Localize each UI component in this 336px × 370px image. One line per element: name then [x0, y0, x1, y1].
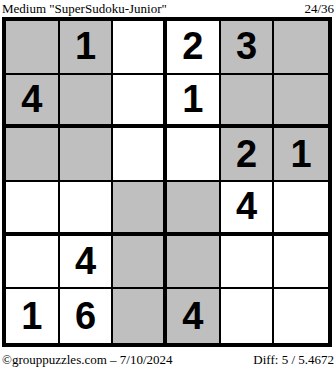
cell-r1c6[interactable]	[274, 21, 328, 75]
cell-r3c4[interactable]	[167, 128, 221, 182]
cell-r4c5[interactable]: 4	[221, 182, 275, 236]
cell-r2c1[interactable]: 4	[6, 75, 60, 129]
cell-r5c5[interactable]	[221, 236, 275, 290]
cell-r5c6[interactable]	[274, 236, 328, 290]
cell-r1c4[interactable]: 2	[167, 21, 221, 75]
progress-counter: 24/36	[304, 1, 334, 16]
cell-r2c6[interactable]	[274, 75, 328, 129]
cell-r4c1[interactable]	[6, 182, 60, 236]
cell-r1c5[interactable]: 3	[221, 21, 275, 75]
cell-r5c1[interactable]	[6, 236, 60, 290]
cell-r3c2[interactable]	[60, 128, 114, 182]
cell-r5c4[interactable]	[167, 236, 221, 290]
cell-r3c3[interactable]	[113, 128, 167, 182]
cell-r6c5[interactable]	[221, 289, 275, 343]
difficulty-text: Diff: 5 / 5.4672	[253, 352, 334, 368]
cell-r6c3[interactable]	[113, 289, 167, 343]
cell-r1c2[interactable]: 1	[60, 21, 114, 75]
cell-r5c3[interactable]	[113, 236, 167, 290]
cell-r5c2[interactable]: 4	[60, 236, 114, 290]
cell-r1c3[interactable]	[113, 21, 167, 75]
cell-r6c4[interactable]: 4	[167, 289, 221, 343]
cell-r2c5[interactable]	[221, 75, 275, 129]
cell-r6c2[interactable]: 6	[60, 289, 114, 343]
cell-r4c3[interactable]	[113, 182, 167, 236]
puzzle-title: Medium "SuperSudoku-Junior"	[2, 1, 167, 16]
puzzle-page: Medium "SuperSudoku-Junior" 24/36 123412…	[0, 0, 336, 370]
cell-r3c1[interactable]	[6, 128, 60, 182]
cell-r2c3[interactable]	[113, 75, 167, 129]
copyright-text: ©grouppuzzles.com – 7/10/2024	[2, 352, 173, 368]
cell-r3c5[interactable]: 2	[221, 128, 275, 182]
footer: ©grouppuzzles.com – 7/10/2024 Diff: 5 / …	[0, 349, 336, 370]
cell-r4c2[interactable]	[60, 182, 114, 236]
sudoku-board: 123412144164	[2, 17, 332, 347]
cell-r4c6[interactable]	[274, 182, 328, 236]
cell-r4c4[interactable]	[167, 182, 221, 236]
cell-r6c1[interactable]: 1	[6, 289, 60, 343]
cell-r1c1[interactable]	[6, 21, 60, 75]
header: Medium "SuperSudoku-Junior" 24/36	[0, 0, 336, 16]
cell-r2c4[interactable]: 1	[167, 75, 221, 129]
cell-r6c6[interactable]	[274, 289, 328, 343]
cell-r3c6[interactable]: 1	[274, 128, 328, 182]
cell-r2c2[interactable]	[60, 75, 114, 129]
